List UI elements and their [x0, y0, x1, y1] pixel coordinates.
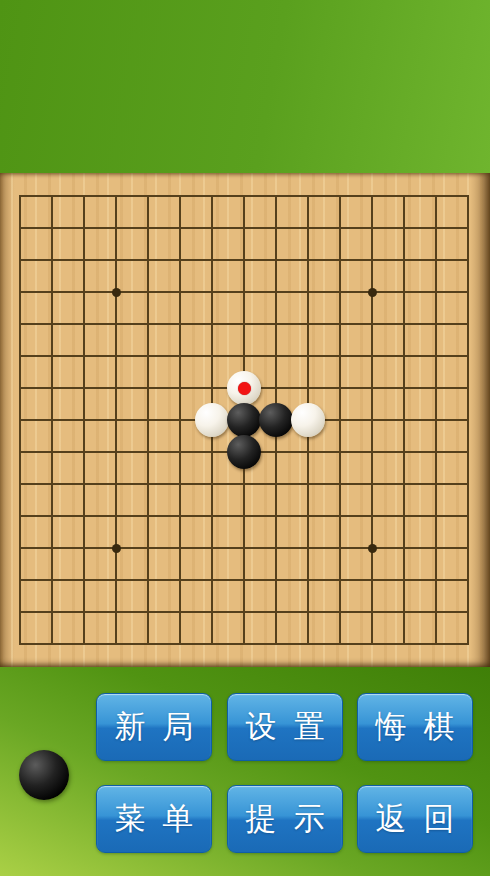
undo-button[interactable]: 悔棋 — [357, 693, 473, 761]
white-stone — [291, 403, 325, 437]
black-stone — [227, 435, 261, 469]
new-game-button[interactable]: 新局 — [96, 693, 212, 761]
grid-lines — [19, 195, 469, 645]
goban[interactable] — [0, 173, 490, 667]
last-move-marker — [238, 382, 251, 395]
black-stone — [259, 403, 293, 437]
settings-button[interactable]: 设置 — [227, 693, 343, 761]
white-stone — [195, 403, 229, 437]
hint-button[interactable]: 提示 — [227, 785, 343, 853]
star-point — [368, 544, 377, 553]
top-background — [0, 0, 490, 173]
back-button[interactable]: 返回 — [357, 785, 473, 853]
star-point — [368, 288, 377, 297]
star-point — [112, 288, 121, 297]
black-stone — [227, 403, 261, 437]
app-screen: 新局 设置 悔棋 菜单 提示 返回 — [0, 0, 490, 876]
star-point — [112, 544, 121, 553]
turn-indicator-black-stone — [19, 750, 69, 800]
bottom-background: 新局 设置 悔棋 菜单 提示 返回 — [0, 667, 490, 876]
menu-button[interactable]: 菜单 — [96, 785, 212, 853]
